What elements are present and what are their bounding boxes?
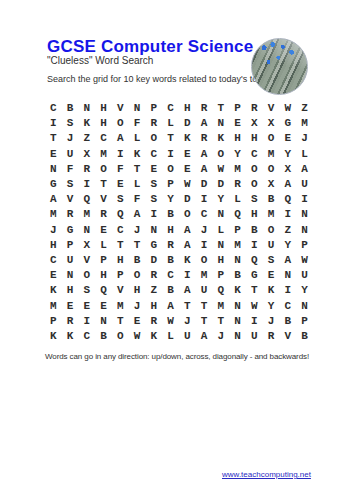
grid-cell: O xyxy=(95,162,112,177)
grid-cell: F xyxy=(62,162,79,177)
grid-cell: N xyxy=(296,298,313,313)
grid-cell: Y xyxy=(162,192,179,207)
grid-cell: O xyxy=(146,131,163,146)
grid-cell: O xyxy=(179,207,196,222)
grid-cell: I xyxy=(280,283,297,298)
grid-cell: T xyxy=(129,238,146,253)
grid-cell: Q xyxy=(229,207,246,222)
grid-cell: D xyxy=(179,192,196,207)
grid-cell: E xyxy=(229,116,246,131)
grid-cell: Q xyxy=(95,283,112,298)
grid-cell: N xyxy=(213,116,230,131)
grid-cell: O xyxy=(263,131,280,146)
grid-cell: Q xyxy=(213,283,230,298)
grid-cell: M xyxy=(112,298,129,313)
grid-cell: I xyxy=(45,116,62,131)
grid-cell: R xyxy=(62,314,79,329)
grid-cell: R xyxy=(246,101,263,116)
grid-cell: J xyxy=(263,314,280,329)
grid-cell: P xyxy=(229,101,246,116)
grid-cell: H xyxy=(95,116,112,131)
grid-cell: N xyxy=(280,268,297,283)
grid-cell: T xyxy=(213,101,230,116)
grid-cell: R xyxy=(229,177,246,192)
grid-cell: D xyxy=(196,177,213,192)
grid-cell: H xyxy=(95,101,112,116)
grid-cell: O xyxy=(246,177,263,192)
grid-cell: E xyxy=(179,147,196,162)
grid-cell: S xyxy=(62,116,79,131)
grid-cell: V xyxy=(112,283,129,298)
grid-cell: V xyxy=(112,101,129,116)
grid-cell: O xyxy=(263,162,280,177)
grid-cell: P xyxy=(229,223,246,238)
grid-cell: N xyxy=(229,298,246,313)
grid-cell: C xyxy=(196,207,213,222)
grid-cell: F xyxy=(112,162,129,177)
grid-cell: R xyxy=(62,207,79,222)
grid-cell: R xyxy=(196,131,213,146)
grid-cell: H xyxy=(246,131,263,146)
grid-cell: J xyxy=(196,223,213,238)
grid-cell: R xyxy=(263,329,280,344)
grid-cell: O xyxy=(129,268,146,283)
grid-cell: P xyxy=(296,314,313,329)
grid-cell: C xyxy=(162,101,179,116)
grid-cell: M xyxy=(229,238,246,253)
grid-cell: P xyxy=(296,238,313,253)
grid-cell: N xyxy=(62,268,79,283)
website-link[interactable]: www.teachcomputing.net xyxy=(222,470,311,479)
grid-cell: T xyxy=(246,283,263,298)
grid-cell: A xyxy=(162,298,179,313)
grid-cell: U xyxy=(263,238,280,253)
grid-cell: A xyxy=(280,177,297,192)
grid-cell: X xyxy=(263,177,280,192)
grid-cell: E xyxy=(263,268,280,283)
grid-cell: U xyxy=(246,329,263,344)
grid-cell: S xyxy=(146,177,163,192)
grid-cell: P xyxy=(62,238,79,253)
grid-cell: D xyxy=(213,177,230,192)
grid-cell: E xyxy=(45,268,62,283)
grid-cell: J xyxy=(213,329,230,344)
grid-cell: A xyxy=(45,192,62,207)
grid-cell: C xyxy=(280,298,297,313)
grid-cell: L xyxy=(213,223,230,238)
grid-cell: V xyxy=(280,329,297,344)
grid-cell: T xyxy=(196,298,213,313)
grid-cell: J xyxy=(129,298,146,313)
grid-cell: A xyxy=(296,162,313,177)
grid-cell: E xyxy=(79,298,96,313)
grid-cell: H xyxy=(62,283,79,298)
grid-cell: S xyxy=(146,192,163,207)
grid-cell: L xyxy=(129,131,146,146)
grid-cell: S xyxy=(246,192,263,207)
grid-cell: N xyxy=(79,101,96,116)
grid-cell: R xyxy=(162,238,179,253)
grid-cell: I xyxy=(296,192,313,207)
grid-cell: B xyxy=(162,283,179,298)
grid-cell: P xyxy=(95,253,112,268)
grid-cell: J xyxy=(129,223,146,238)
grid-cell: C xyxy=(162,268,179,283)
grid-cell: E xyxy=(280,131,297,146)
grid-cell: M xyxy=(95,147,112,162)
grid-cell: N xyxy=(296,207,313,222)
grid-cell: P xyxy=(162,177,179,192)
grid-cell: K xyxy=(45,283,62,298)
grid-cell: P xyxy=(213,268,230,283)
grid-cell: I xyxy=(196,238,213,253)
grid-cell: W xyxy=(179,177,196,192)
grid-cell: W xyxy=(246,298,263,313)
grid-cell: K xyxy=(129,147,146,162)
grid-cell: Z xyxy=(79,131,96,146)
grid-cell: E xyxy=(95,298,112,313)
grid-cell: Q xyxy=(280,192,297,207)
worksheet-subtitle: "Clueless" Word Search xyxy=(47,55,153,66)
grid-cell: M xyxy=(263,207,280,222)
grid-cell: O xyxy=(79,268,96,283)
grid-cell: Y xyxy=(280,147,297,162)
grid-cell: J xyxy=(179,314,196,329)
grid-cell: M xyxy=(263,147,280,162)
grid-cell: I xyxy=(280,207,297,222)
grid-cell: K xyxy=(146,329,163,344)
grid-cell: I xyxy=(79,177,96,192)
grid-cell: P xyxy=(146,101,163,116)
grid-cell: G xyxy=(62,223,79,238)
direction-note: Words can go in any direction: up/down, … xyxy=(45,352,313,361)
grid-cell: L xyxy=(229,192,246,207)
grid-cell: Q xyxy=(79,192,96,207)
grid-cell: A xyxy=(129,207,146,222)
grid-cell: M xyxy=(213,298,230,313)
grid-cell: V xyxy=(95,192,112,207)
grid-cell: V xyxy=(62,192,79,207)
grid-cell: P xyxy=(45,314,62,329)
grid-cell: X xyxy=(263,116,280,131)
grid-cell: P xyxy=(112,268,129,283)
grid-cell: C xyxy=(45,253,62,268)
grid-cell: O xyxy=(112,329,129,344)
grid-cell: B xyxy=(62,101,79,116)
grid-cell: C xyxy=(246,147,263,162)
grid-cell: W xyxy=(213,162,230,177)
grid-cell: O xyxy=(246,162,263,177)
grid-cell: H xyxy=(45,238,62,253)
grid-cell: Y xyxy=(263,298,280,313)
word-search-grid: CBNHVNPCHRTPRVWZISKHOFRLDANEXXGMTJZCALOT… xyxy=(45,101,313,344)
grid-cell: Q xyxy=(112,207,129,222)
grid-cell: B xyxy=(95,329,112,344)
grid-cell: E xyxy=(179,162,196,177)
grid-cell: C xyxy=(45,101,62,116)
grid-cell: H xyxy=(95,268,112,283)
circuit-board-photo xyxy=(251,38,308,95)
grid-cell: I xyxy=(146,207,163,222)
grid-cell: T xyxy=(179,298,196,313)
grid-cell: H xyxy=(162,223,179,238)
grid-cell: R xyxy=(196,101,213,116)
grid-cell: Z xyxy=(280,223,297,238)
grid-cell: Z xyxy=(146,283,163,298)
grid-cell: K xyxy=(79,116,96,131)
grid-cell: X xyxy=(79,147,96,162)
grid-cell: M xyxy=(196,268,213,283)
grid-cell: L xyxy=(296,147,313,162)
grid-cell: T xyxy=(45,131,62,146)
grid-cell: S xyxy=(112,192,129,207)
grid-cell: D xyxy=(146,253,163,268)
grid-cell: X xyxy=(79,238,96,253)
grid-cell: Z xyxy=(296,101,313,116)
grid-cell: A xyxy=(196,116,213,131)
grid-cell: O xyxy=(112,116,129,131)
grid-cell: K xyxy=(62,329,79,344)
grid-cell: N xyxy=(229,329,246,344)
grid-cell: Y xyxy=(229,147,246,162)
grid-cell: K xyxy=(179,131,196,146)
grid-cell: H xyxy=(213,253,230,268)
grid-cell: I xyxy=(112,147,129,162)
grid-cell: H xyxy=(129,283,146,298)
grid-cell: W xyxy=(296,253,313,268)
grid-cell: E xyxy=(129,314,146,329)
grid-cell: H xyxy=(112,253,129,268)
grid-cell: N xyxy=(296,223,313,238)
grid-cell: I xyxy=(162,147,179,162)
grid-cell: F xyxy=(129,192,146,207)
grid-cell: B xyxy=(162,253,179,268)
grid-cell: A xyxy=(179,223,196,238)
worksheet-page: GCSE Computer Science "Clueless" Word Se… xyxy=(0,0,353,500)
grid-cell: Y xyxy=(296,283,313,298)
page-title: GCSE Computer Science xyxy=(47,37,253,57)
grid-cell: T xyxy=(95,177,112,192)
grid-cell: K xyxy=(229,283,246,298)
grid-cell: C xyxy=(112,223,129,238)
grid-cell: A xyxy=(179,283,196,298)
grid-cell: G xyxy=(146,238,163,253)
grid-cell: D xyxy=(179,116,196,131)
grid-cell: A xyxy=(280,253,297,268)
grid-cell: F xyxy=(129,116,146,131)
grid-cell: M xyxy=(45,207,62,222)
grid-cell: U xyxy=(62,253,79,268)
grid-cell: L xyxy=(162,329,179,344)
grid-cell: R xyxy=(79,162,96,177)
grid-cell: B xyxy=(280,314,297,329)
grid-cell: N xyxy=(229,314,246,329)
grid-cell: C xyxy=(146,147,163,162)
grid-cell: M xyxy=(296,116,313,131)
grid-cell: O xyxy=(213,147,230,162)
grid-cell: U xyxy=(196,283,213,298)
grid-cell: O xyxy=(263,223,280,238)
grid-cell: K xyxy=(179,253,196,268)
grid-cell: S xyxy=(79,283,96,298)
grid-cell: H xyxy=(229,131,246,146)
grid-cell: C xyxy=(79,329,96,344)
grid-cell: S xyxy=(62,177,79,192)
grid-cell: E xyxy=(146,162,163,177)
grid-cell: T xyxy=(196,314,213,329)
grid-cell: J xyxy=(62,131,79,146)
grid-cell: Y xyxy=(213,192,230,207)
instruction-text: Search the grid for 10 key words related… xyxy=(47,74,269,84)
grid-cell: K xyxy=(213,131,230,146)
grid-cell: N xyxy=(213,207,230,222)
grid-cell: R xyxy=(146,314,163,329)
grid-cell: C xyxy=(95,131,112,146)
grid-cell: A xyxy=(179,238,196,253)
grid-cell: E xyxy=(112,177,129,192)
grid-cell: N xyxy=(146,223,163,238)
grid-cell: K xyxy=(263,283,280,298)
grid-cell: R xyxy=(146,268,163,283)
grid-cell: U xyxy=(62,147,79,162)
grid-cell: H xyxy=(179,101,196,116)
grid-cell: T xyxy=(162,131,179,146)
grid-cell: G xyxy=(280,116,297,131)
grid-cell: J xyxy=(296,131,313,146)
grid-cell: E xyxy=(45,147,62,162)
grid-cell: I xyxy=(196,192,213,207)
grid-cell: U xyxy=(296,268,313,283)
grid-cell: S xyxy=(263,253,280,268)
grid-cell: E xyxy=(95,223,112,238)
grid-cell: B xyxy=(129,253,146,268)
grid-cell: W xyxy=(280,101,297,116)
grid-cell: R xyxy=(95,207,112,222)
grid-cell: U xyxy=(179,329,196,344)
grid-cell: B xyxy=(263,192,280,207)
grid-cell: M xyxy=(79,207,96,222)
grid-cell: H xyxy=(146,298,163,313)
grid-cell: R xyxy=(146,116,163,131)
grid-cell: W xyxy=(129,329,146,344)
grid-cell: V xyxy=(79,253,96,268)
grid-cell: T xyxy=(112,238,129,253)
grid-cell: L xyxy=(129,177,146,192)
grid-cell: V xyxy=(263,101,280,116)
grid-cell: N xyxy=(79,223,96,238)
grid-cell: N xyxy=(129,101,146,116)
grid-cell: U xyxy=(296,177,313,192)
grid-cell: N xyxy=(213,238,230,253)
grid-cell: E xyxy=(62,298,79,313)
grid-cell: A xyxy=(196,147,213,162)
grid-cell: G xyxy=(45,177,62,192)
grid-cell: X xyxy=(246,116,263,131)
grid-cell: M xyxy=(45,298,62,313)
grid-cell: T xyxy=(112,314,129,329)
grid-cell: W xyxy=(162,314,179,329)
grid-cell: A xyxy=(196,162,213,177)
grid-cell: L xyxy=(95,238,112,253)
grid-cell: O xyxy=(162,162,179,177)
grid-cell: Y xyxy=(280,238,297,253)
grid-cell: K xyxy=(45,329,62,344)
grid-cell: N xyxy=(95,314,112,329)
grid-cell: J xyxy=(45,223,62,238)
grid-cell: L xyxy=(162,116,179,131)
grid-cell: Q xyxy=(246,253,263,268)
grid-cell: A xyxy=(112,131,129,146)
grid-cell: N xyxy=(45,162,62,177)
grid-cell: B xyxy=(246,223,263,238)
grid-cell: A xyxy=(196,329,213,344)
grid-cell: B xyxy=(229,268,246,283)
grid-cell: O xyxy=(196,253,213,268)
grid-cell: G xyxy=(246,268,263,283)
grid-cell: I xyxy=(246,238,263,253)
grid-cell: I xyxy=(79,314,96,329)
grid-cell: X xyxy=(280,162,297,177)
grid-cell: H xyxy=(246,207,263,222)
grid-cell: N xyxy=(229,253,246,268)
grid-cell: T xyxy=(129,162,146,177)
grid-cell: B xyxy=(296,329,313,344)
grid-cell: I xyxy=(246,314,263,329)
grid-cell: M xyxy=(229,162,246,177)
grid-cell: B xyxy=(162,207,179,222)
grid-cell: I xyxy=(179,268,196,283)
grid-cell: T xyxy=(213,314,230,329)
